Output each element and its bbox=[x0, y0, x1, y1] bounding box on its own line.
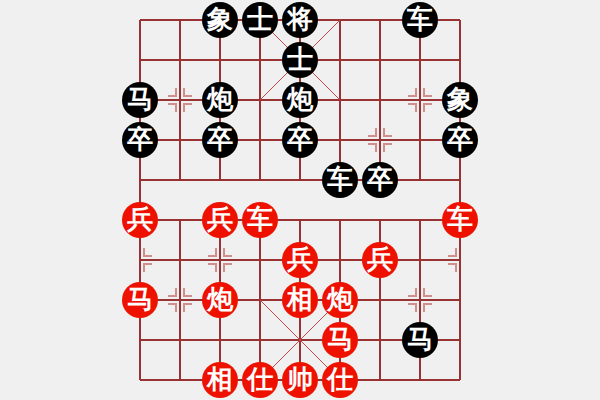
piece-red-soldier[interactable]: 兵 bbox=[282, 242, 318, 278]
piece-black-soldier[interactable]: 卒 bbox=[122, 122, 158, 158]
piece-black-cannon[interactable]: 炮 bbox=[282, 82, 318, 118]
piece-black-soldier[interactable]: 卒 bbox=[442, 122, 478, 158]
pieces-layer: 象士将车士马炮炮象卒卒卒卒车卒兵兵车车兵兵马炮相炮马马相仕帅仕 bbox=[120, 0, 480, 400]
piece-red-horse[interactable]: 马 bbox=[322, 322, 358, 358]
piece-black-elephant[interactable]: 象 bbox=[202, 2, 238, 38]
piece-red-chariot[interactable]: 车 bbox=[442, 202, 478, 238]
piece-red-advisor[interactable]: 仕 bbox=[322, 362, 358, 398]
piece-black-cannon[interactable]: 炮 bbox=[202, 82, 238, 118]
piece-red-soldier[interactable]: 兵 bbox=[362, 242, 398, 278]
piece-black-chariot[interactable]: 车 bbox=[402, 2, 438, 38]
piece-black-chariot[interactable]: 车 bbox=[322, 162, 358, 198]
piece-red-cannon[interactable]: 炮 bbox=[202, 282, 238, 318]
piece-black-soldier[interactable]: 卒 bbox=[202, 122, 238, 158]
piece-black-advisor[interactable]: 士 bbox=[282, 42, 318, 78]
piece-red-chariot[interactable]: 车 bbox=[242, 202, 278, 238]
piece-black-soldier[interactable]: 卒 bbox=[362, 162, 398, 198]
piece-red-elephant[interactable]: 相 bbox=[282, 282, 318, 318]
piece-black-soldier[interactable]: 卒 bbox=[282, 122, 318, 158]
piece-black-general[interactable]: 将 bbox=[282, 2, 318, 38]
piece-red-general[interactable]: 帅 bbox=[282, 362, 318, 398]
piece-red-horse[interactable]: 马 bbox=[122, 282, 158, 318]
piece-red-elephant[interactable]: 相 bbox=[202, 362, 238, 398]
piece-black-elephant[interactable]: 象 bbox=[442, 82, 478, 118]
piece-black-horse[interactable]: 马 bbox=[122, 82, 158, 118]
piece-black-advisor[interactable]: 士 bbox=[242, 2, 278, 38]
piece-red-advisor[interactable]: 仕 bbox=[242, 362, 278, 398]
piece-black-horse[interactable]: 马 bbox=[402, 322, 438, 358]
piece-red-cannon[interactable]: 炮 bbox=[322, 282, 358, 318]
piece-red-soldier[interactable]: 兵 bbox=[122, 202, 158, 238]
piece-red-soldier[interactable]: 兵 bbox=[202, 202, 238, 238]
xiangqi-board: 象士将车士马炮炮象卒卒卒卒车卒兵兵车车兵兵马炮相炮马马相仕帅仕 bbox=[0, 0, 600, 400]
